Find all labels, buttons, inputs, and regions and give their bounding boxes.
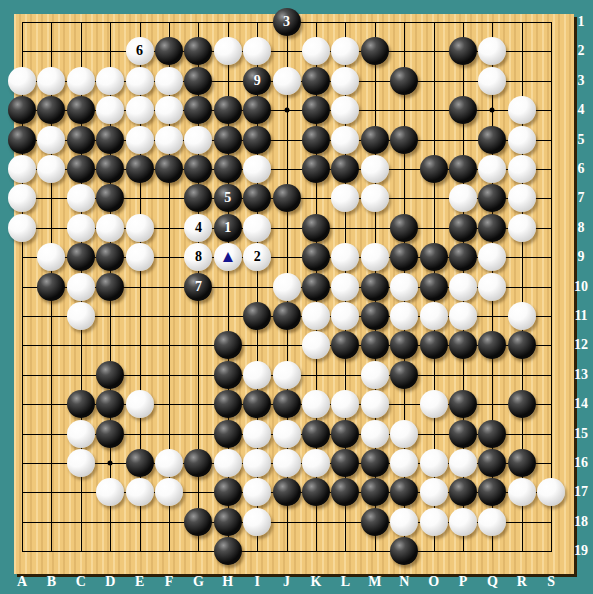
stone-black-N17[interactable]	[390, 478, 418, 506]
stone-black-G2[interactable]	[184, 37, 212, 65]
stone-white-F16[interactable]	[155, 449, 183, 477]
stone-black-H4[interactable]	[214, 96, 242, 124]
stone-white-B6[interactable]	[37, 155, 65, 183]
stone-white-M14[interactable]	[361, 390, 389, 418]
stone-black-H18[interactable]	[214, 508, 242, 536]
column-label-L: L	[341, 574, 350, 590]
stone-black-P6[interactable]	[449, 155, 477, 183]
stone-white-A8[interactable]	[8, 214, 36, 242]
stone-black-O10[interactable]	[420, 273, 448, 301]
stone-black-G16[interactable]	[184, 449, 212, 477]
stone-white-E8[interactable]	[126, 214, 154, 242]
stone-black-P9[interactable]	[449, 243, 477, 271]
stone-black-E6[interactable]	[126, 155, 154, 183]
move-number-label: 9	[254, 74, 261, 88]
stone-white-L4[interactable]	[331, 96, 359, 124]
hoshi-point-Q4	[490, 108, 495, 113]
stone-white-R17[interactable]	[508, 478, 536, 506]
stone-black-I4[interactable]	[243, 96, 271, 124]
stone-black-M12[interactable]	[361, 331, 389, 359]
stone-black-I7[interactable]	[243, 184, 271, 212]
stone-white-J13[interactable]	[273, 361, 301, 389]
stone-white-K2[interactable]	[302, 37, 330, 65]
stone-black-I3[interactable]: 9	[243, 67, 271, 95]
stone-white-J3[interactable]	[273, 67, 301, 95]
stone-white-B9[interactable]	[37, 243, 65, 271]
row-label-13: 13	[574, 367, 588, 383]
move-number-label: 6	[136, 44, 143, 58]
stone-black-K5[interactable]	[302, 126, 330, 154]
stone-black-I11[interactable]	[243, 302, 271, 330]
move-number-label: 3	[283, 15, 290, 29]
stone-white-L10[interactable]	[331, 273, 359, 301]
stone-white-E2[interactable]: 6	[126, 37, 154, 65]
stone-white-M6[interactable]	[361, 155, 389, 183]
stone-black-L16[interactable]	[331, 449, 359, 477]
stone-white-E5[interactable]	[126, 126, 154, 154]
stone-white-A6[interactable]	[8, 155, 36, 183]
stone-black-I14[interactable]	[243, 390, 271, 418]
column-label-J: J	[283, 574, 290, 590]
stone-white-G8[interactable]: 4	[184, 214, 212, 242]
stone-white-R5[interactable]	[508, 126, 536, 154]
stone-black-M18[interactable]	[361, 508, 389, 536]
stone-white-L7[interactable]	[331, 184, 359, 212]
stone-white-R11[interactable]	[508, 302, 536, 330]
stone-white-D3[interactable]	[96, 67, 124, 95]
stone-white-C15[interactable]	[67, 420, 95, 448]
stone-black-N9[interactable]	[390, 243, 418, 271]
row-label-2: 2	[578, 43, 585, 59]
stone-white-H16[interactable]	[214, 449, 242, 477]
stone-black-K4[interactable]	[302, 96, 330, 124]
stone-black-M5[interactable]	[361, 126, 389, 154]
stone-black-G7[interactable]	[184, 184, 212, 212]
stone-white-A7[interactable]	[8, 184, 36, 212]
stone-white-B5[interactable]	[37, 126, 65, 154]
row-label-5: 5	[578, 132, 585, 148]
row-label-4: 4	[578, 102, 585, 118]
stone-black-Q17[interactable]	[478, 478, 506, 506]
stone-black-D10[interactable]	[96, 273, 124, 301]
stone-black-D5[interactable]	[96, 126, 124, 154]
stone-white-F5[interactable]	[155, 126, 183, 154]
stone-white-M7[interactable]	[361, 184, 389, 212]
stone-white-O18[interactable]	[420, 508, 448, 536]
row-label-18: 18	[574, 514, 588, 530]
move-number-label: 2	[254, 250, 261, 264]
column-label-C: C	[76, 574, 86, 590]
stone-black-L6[interactable]	[331, 155, 359, 183]
stone-black-H19[interactable]	[214, 537, 242, 565]
stone-white-J16[interactable]	[273, 449, 301, 477]
stone-black-E16[interactable]	[126, 449, 154, 477]
column-label-F: F	[165, 574, 174, 590]
stone-black-H14[interactable]	[214, 390, 242, 418]
stone-black-Q15[interactable]	[478, 420, 506, 448]
stone-black-H13[interactable]	[214, 361, 242, 389]
stone-black-A4[interactable]	[8, 96, 36, 124]
stone-white-E17[interactable]	[126, 478, 154, 506]
stone-white-J10[interactable]	[273, 273, 301, 301]
row-label-11: 11	[574, 308, 587, 324]
stone-white-C10[interactable]	[67, 273, 95, 301]
stone-white-J15[interactable]	[273, 420, 301, 448]
stone-white-I6[interactable]	[243, 155, 271, 183]
stone-white-A3[interactable]	[8, 67, 36, 95]
stone-black-J14[interactable]	[273, 390, 301, 418]
stone-black-D14[interactable]	[96, 390, 124, 418]
stone-white-E4[interactable]	[126, 96, 154, 124]
stone-black-K10[interactable]	[302, 273, 330, 301]
stone-black-M16[interactable]	[361, 449, 389, 477]
stone-white-M9[interactable]	[361, 243, 389, 271]
stone-white-P10[interactable]	[449, 273, 477, 301]
stone-white-K16[interactable]	[302, 449, 330, 477]
stone-white-I8[interactable]	[243, 214, 271, 242]
stone-black-L12[interactable]	[331, 331, 359, 359]
stone-black-O12[interactable]	[420, 331, 448, 359]
stone-white-R4[interactable]	[508, 96, 536, 124]
row-label-15: 15	[574, 426, 588, 442]
stone-white-B3[interactable]	[37, 67, 65, 95]
hoshi-point-D16	[108, 461, 113, 466]
stone-black-P14[interactable]	[449, 390, 477, 418]
stone-black-M2[interactable]	[361, 37, 389, 65]
stone-black-P2[interactable]	[449, 37, 477, 65]
stone-black-L17[interactable]	[331, 478, 359, 506]
move-number-label: 8	[195, 250, 202, 264]
stone-white-O16[interactable]	[420, 449, 448, 477]
stone-black-R16[interactable]	[508, 449, 536, 477]
stone-white-N16[interactable]	[390, 449, 418, 477]
stone-black-K15[interactable]	[302, 420, 330, 448]
column-label-M: M	[368, 574, 381, 590]
row-label-9: 9	[578, 249, 585, 265]
stone-white-N18[interactable]	[390, 508, 418, 536]
stone-black-R12[interactable]	[508, 331, 536, 359]
stone-white-F4[interactable]	[155, 96, 183, 124]
column-label-D: D	[105, 574, 115, 590]
column-label-H: H	[222, 574, 233, 590]
stone-black-K3[interactable]	[302, 67, 330, 95]
hoshi-point-J4	[284, 108, 289, 113]
stone-white-Q9[interactable]	[478, 243, 506, 271]
stone-black-N12[interactable]	[390, 331, 418, 359]
stone-black-D7[interactable]	[96, 184, 124, 212]
stone-black-J1[interactable]: 3	[273, 8, 301, 36]
stone-white-P7[interactable]	[449, 184, 477, 212]
stone-black-D13[interactable]	[96, 361, 124, 389]
stone-white-I16[interactable]	[243, 449, 271, 477]
column-label-A: A	[17, 574, 27, 590]
stone-white-K14[interactable]	[302, 390, 330, 418]
stone-black-O9[interactable]	[420, 243, 448, 271]
stone-black-Q12[interactable]	[478, 331, 506, 359]
stone-white-O14[interactable]	[420, 390, 448, 418]
stone-black-I5[interactable]	[243, 126, 271, 154]
stone-black-H7[interactable]: 5	[214, 184, 242, 212]
stone-white-K12[interactable]	[302, 331, 330, 359]
stone-white-D17[interactable]	[96, 478, 124, 506]
move-number-label: 7	[195, 280, 202, 294]
stone-white-E14[interactable]	[126, 390, 154, 418]
stone-black-K9[interactable]	[302, 243, 330, 271]
stone-white-L14[interactable]	[331, 390, 359, 418]
stone-white-S17[interactable]	[537, 478, 565, 506]
stone-black-Q7[interactable]	[478, 184, 506, 212]
triangle-marker-icon: ▲	[219, 248, 236, 265]
column-label-S: S	[547, 574, 555, 590]
stone-white-C7[interactable]	[67, 184, 95, 212]
stone-black-L15[interactable]	[331, 420, 359, 448]
stone-white-N15[interactable]	[390, 420, 418, 448]
stone-black-J17[interactable]	[273, 478, 301, 506]
stone-white-P18[interactable]	[449, 508, 477, 536]
stone-white-M15[interactable]	[361, 420, 389, 448]
row-label-16: 16	[574, 455, 588, 471]
row-label-1: 1	[578, 14, 585, 30]
stone-black-N8[interactable]	[390, 214, 418, 242]
column-label-O: O	[428, 574, 439, 590]
stone-black-C5[interactable]	[67, 126, 95, 154]
row-label-8: 8	[578, 220, 585, 236]
stone-black-K6[interactable]	[302, 155, 330, 183]
stone-white-I2[interactable]	[243, 37, 271, 65]
stone-black-G10[interactable]: 7	[184, 273, 212, 301]
stone-black-M11[interactable]	[361, 302, 389, 330]
column-label-P: P	[459, 574, 468, 590]
stone-white-H2[interactable]	[214, 37, 242, 65]
move-number-label: 1	[224, 221, 231, 235]
stone-black-C9[interactable]	[67, 243, 95, 271]
stone-white-O17[interactable]	[420, 478, 448, 506]
stone-white-I18[interactable]	[243, 508, 271, 536]
stone-black-G3[interactable]	[184, 67, 212, 95]
stone-black-H17[interactable]	[214, 478, 242, 506]
stone-white-N10[interactable]	[390, 273, 418, 301]
stone-white-F3[interactable]	[155, 67, 183, 95]
row-label-12: 12	[574, 337, 588, 353]
row-label-6: 6	[578, 161, 585, 177]
stone-white-Q10[interactable]	[478, 273, 506, 301]
stone-black-K17[interactable]	[302, 478, 330, 506]
stone-white-K11[interactable]	[302, 302, 330, 330]
stone-black-N13[interactable]	[390, 361, 418, 389]
stone-black-G4[interactable]	[184, 96, 212, 124]
stone-black-P8[interactable]	[449, 214, 477, 242]
stone-white-C11[interactable]	[67, 302, 95, 330]
stone-black-P15[interactable]	[449, 420, 477, 448]
stone-black-C14[interactable]	[67, 390, 95, 418]
stone-black-O6[interactable]	[420, 155, 448, 183]
goban[interactable]: 3695418▲27	[14, 14, 574, 574]
stone-black-D9[interactable]	[96, 243, 124, 271]
stone-black-D15[interactable]	[96, 420, 124, 448]
stone-white-I17[interactable]	[243, 478, 271, 506]
column-label-R: R	[517, 574, 527, 590]
stone-white-P11[interactable]	[449, 302, 477, 330]
stone-white-O11[interactable]	[420, 302, 448, 330]
stone-white-C16[interactable]	[67, 449, 95, 477]
row-label-19: 19	[574, 543, 588, 559]
stone-white-L9[interactable]	[331, 243, 359, 271]
row-label-10: 10	[574, 279, 588, 295]
column-label-B: B	[47, 574, 56, 590]
stone-black-D6[interactable]	[96, 155, 124, 183]
stone-black-R14[interactable]	[508, 390, 536, 418]
stone-black-H6[interactable]	[214, 155, 242, 183]
stone-black-F6[interactable]	[155, 155, 183, 183]
stone-white-C3[interactable]	[67, 67, 95, 95]
stone-white-R6[interactable]	[508, 155, 536, 183]
stone-black-N19[interactable]	[390, 537, 418, 565]
stone-black-H5[interactable]	[214, 126, 242, 154]
stone-white-E3[interactable]	[126, 67, 154, 95]
stone-black-H8[interactable]: 1	[214, 214, 242, 242]
stone-white-F17[interactable]	[155, 478, 183, 506]
stone-black-Q5[interactable]	[478, 126, 506, 154]
row-label-17: 17	[574, 484, 588, 500]
stone-black-F2[interactable]	[155, 37, 183, 65]
row-label-14: 14	[574, 396, 588, 412]
stone-white-N11[interactable]	[390, 302, 418, 330]
stone-white-C8[interactable]	[67, 214, 95, 242]
stone-white-Q3[interactable]	[478, 67, 506, 95]
stone-white-P16[interactable]	[449, 449, 477, 477]
stone-white-L11[interactable]	[331, 302, 359, 330]
stone-white-L5[interactable]	[331, 126, 359, 154]
stone-black-C4[interactable]	[67, 96, 95, 124]
stone-black-J7[interactable]	[273, 184, 301, 212]
stone-black-B10[interactable]	[37, 273, 65, 301]
stone-black-J11[interactable]	[273, 302, 301, 330]
stone-white-I9[interactable]: 2	[243, 243, 271, 271]
column-label-K: K	[311, 574, 322, 590]
stone-white-H9[interactable]: ▲	[214, 243, 242, 271]
stone-black-N5[interactable]	[390, 126, 418, 154]
stone-white-Q6[interactable]	[478, 155, 506, 183]
stone-white-G5[interactable]	[184, 126, 212, 154]
stone-white-D8[interactable]	[96, 214, 124, 242]
stone-black-G6[interactable]	[184, 155, 212, 183]
stone-black-P4[interactable]	[449, 96, 477, 124]
column-label-I: I	[254, 574, 259, 590]
stone-black-M10[interactable]	[361, 273, 389, 301]
column-label-G: G	[193, 574, 204, 590]
stone-white-D4[interactable]	[96, 96, 124, 124]
stone-black-B4[interactable]	[37, 96, 65, 124]
column-label-Q: Q	[487, 574, 498, 590]
stone-black-N3[interactable]	[390, 67, 418, 95]
stone-white-G9[interactable]: 8	[184, 243, 212, 271]
stone-black-M17[interactable]	[361, 478, 389, 506]
stone-black-K8[interactable]	[302, 214, 330, 242]
stone-white-I13[interactable]	[243, 361, 271, 389]
stone-white-E9[interactable]	[126, 243, 154, 271]
stone-white-R7[interactable]	[508, 184, 536, 212]
stone-black-P12[interactable]	[449, 331, 477, 359]
stone-white-Q2[interactable]	[478, 37, 506, 65]
row-label-7: 7	[578, 190, 585, 206]
stone-white-Q18[interactable]	[478, 508, 506, 536]
go-app-frame: 3695418▲27 ABCDEFGHIJKLMNOPQRS 123456789…	[0, 0, 593, 594]
stone-black-G18[interactable]	[184, 508, 212, 536]
stone-white-L3[interactable]	[331, 67, 359, 95]
move-number-label: 5	[224, 191, 231, 205]
stone-black-P17[interactable]	[449, 478, 477, 506]
stone-black-H12[interactable]	[214, 331, 242, 359]
stone-black-H15[interactable]	[214, 420, 242, 448]
column-label-E: E	[135, 574, 144, 590]
stone-black-Q8[interactable]	[478, 214, 506, 242]
column-label-N: N	[399, 574, 409, 590]
stone-black-A5[interactable]	[8, 126, 36, 154]
stone-white-M13[interactable]	[361, 361, 389, 389]
stone-black-C6[interactable]	[67, 155, 95, 183]
stone-white-R8[interactable]	[508, 214, 536, 242]
stone-white-I15[interactable]	[243, 420, 271, 448]
move-number-label: 4	[195, 221, 202, 235]
stone-black-Q16[interactable]	[478, 449, 506, 477]
row-label-3: 3	[578, 73, 585, 89]
stone-white-L2[interactable]	[331, 37, 359, 65]
